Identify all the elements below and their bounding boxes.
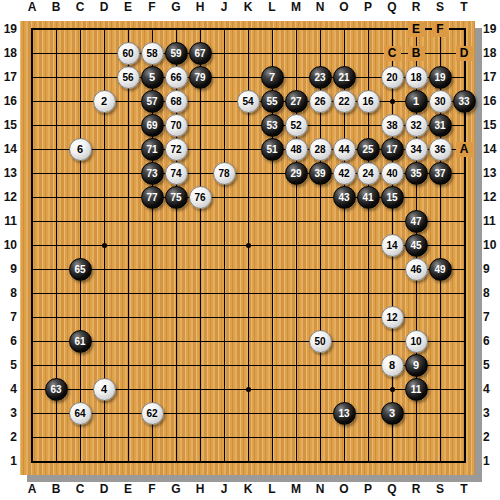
black-stone-29: 29 [285, 162, 308, 185]
column-label: N [308, 0, 332, 15]
row-label: 17 [0, 65, 17, 89]
black-stone-23: 23 [309, 66, 332, 89]
column-label: M [284, 481, 308, 498]
white-stone-42: 42 [333, 162, 356, 185]
row-label: 3 [482, 401, 500, 425]
column-label: N [308, 481, 332, 498]
white-stone-50: 50 [309, 330, 332, 353]
black-stone-67: 67 [189, 42, 212, 65]
row-label: 2 [482, 425, 500, 449]
row-label: 4 [482, 377, 500, 401]
black-stone-25: 25 [357, 138, 380, 161]
black-stone-9: 9 [405, 354, 428, 377]
row-label: 15 [0, 113, 17, 137]
black-stone-37: 37 [429, 162, 452, 185]
black-stone-65: 65 [69, 258, 92, 281]
white-stone-18: 18 [405, 66, 428, 89]
column-label: R [404, 0, 428, 15]
row-label: 13 [0, 161, 17, 185]
column-labels-top: ABCDEFGHJKLMNOPQRST [20, 0, 476, 15]
column-label: L [260, 481, 284, 498]
row-label: 11 [482, 209, 500, 233]
column-label: T [452, 0, 476, 15]
white-stone-24: 24 [357, 162, 380, 185]
black-stone-41: 41 [357, 186, 380, 209]
row-label: 15 [482, 113, 500, 137]
column-label: K [236, 481, 260, 498]
white-stone-6: 6 [69, 138, 92, 161]
white-stone-8: 8 [381, 354, 404, 377]
row-label: 19 [0, 17, 17, 41]
row-label: 8 [482, 281, 500, 305]
row-label: 1 [0, 449, 17, 473]
black-stone-7: 7 [261, 66, 284, 89]
white-stone-72: 72 [165, 138, 188, 161]
column-label: Q [380, 481, 404, 498]
white-stone-44: 44 [333, 138, 356, 161]
column-label: G [164, 0, 188, 15]
row-label: 11 [0, 209, 17, 233]
column-label: J [212, 481, 236, 498]
white-stone-32: 32 [405, 114, 428, 137]
row-labels-left: 19181716151413121110987654321 [0, 17, 17, 473]
column-label: B [44, 481, 68, 498]
column-label: E [116, 481, 140, 498]
star-point [390, 387, 395, 392]
annotation-D: D [456, 46, 473, 61]
black-stone-21: 21 [333, 66, 356, 89]
white-stone-36: 36 [429, 138, 452, 161]
column-label: H [188, 481, 212, 498]
row-label: 16 [0, 89, 17, 113]
black-stone-17: 17 [381, 138, 404, 161]
white-stone-54: 54 [237, 90, 260, 113]
column-label: A [20, 481, 44, 498]
column-label: A [20, 0, 44, 15]
white-stone-26: 26 [309, 90, 332, 113]
row-label: 13 [482, 161, 500, 185]
annotation-A: A [456, 142, 473, 157]
black-stone-55: 55 [261, 90, 284, 113]
white-stone-40: 40 [381, 162, 404, 185]
black-stone-49: 49 [429, 258, 452, 281]
black-stone-47: 47 [405, 210, 428, 233]
white-stone-46: 46 [405, 258, 428, 281]
column-label: H [188, 0, 212, 15]
white-stone-2: 2 [93, 90, 116, 113]
white-stone-30: 30 [429, 90, 452, 113]
white-stone-14: 14 [381, 234, 404, 257]
column-label: C [68, 0, 92, 15]
white-stone-76: 76 [189, 186, 212, 209]
row-label: 5 [0, 353, 17, 377]
row-label: 3 [0, 401, 17, 425]
black-stone-51: 51 [261, 138, 284, 161]
column-label: C [68, 481, 92, 498]
black-stone-27: 27 [285, 90, 308, 113]
row-label: 4 [0, 377, 17, 401]
white-stone-20: 20 [381, 66, 404, 89]
white-stone-62: 62 [141, 402, 164, 425]
white-stone-52: 52 [285, 114, 308, 137]
black-stone-57: 57 [141, 90, 164, 113]
black-stone-59: 59 [165, 42, 188, 65]
column-label: D [92, 0, 116, 15]
black-stone-11: 11 [405, 378, 428, 401]
row-label: 16 [482, 89, 500, 113]
go-diagram: ABCDEFGHJKLMNOPQRST 19181716151413121110… [0, 0, 500, 500]
column-label: E [116, 0, 140, 15]
column-label: J [212, 0, 236, 15]
black-stone-45: 45 [405, 234, 428, 257]
black-stone-3: 3 [381, 402, 404, 425]
row-label: 17 [482, 65, 500, 89]
annotation-F: F [432, 22, 449, 37]
black-stone-35: 35 [405, 162, 428, 185]
white-stone-28: 28 [309, 138, 332, 161]
row-label: 10 [482, 233, 500, 257]
row-label: 19 [482, 17, 500, 41]
row-label: 7 [0, 305, 17, 329]
column-label: S [428, 481, 452, 498]
row-label: 7 [482, 305, 500, 329]
white-stone-74: 74 [165, 162, 188, 185]
row-label: 18 [482, 41, 500, 65]
white-stone-70: 70 [165, 114, 188, 137]
white-stone-58: 58 [141, 42, 164, 65]
row-label: 12 [0, 185, 17, 209]
white-stone-66: 66 [165, 66, 188, 89]
black-stone-75: 75 [165, 186, 188, 209]
row-label: 6 [482, 329, 500, 353]
black-stone-43: 43 [333, 186, 356, 209]
column-label: L [260, 0, 284, 15]
star-point [390, 99, 395, 104]
row-label: 1 [482, 449, 500, 473]
column-label: P [356, 481, 380, 498]
black-stone-5: 5 [141, 66, 164, 89]
star-point [246, 243, 251, 248]
row-label: 18 [0, 41, 17, 65]
row-label: 2 [0, 425, 17, 449]
white-stone-56: 56 [117, 66, 140, 89]
star-point [246, 387, 251, 392]
white-stone-22: 22 [333, 90, 356, 113]
black-stone-73: 73 [141, 162, 164, 185]
black-stone-33: 33 [453, 90, 476, 113]
row-label: 9 [482, 257, 500, 281]
black-stone-63: 63 [45, 378, 68, 401]
row-label: 5 [482, 353, 500, 377]
column-label: G [164, 481, 188, 498]
row-label: 12 [482, 185, 500, 209]
white-stone-48: 48 [285, 138, 308, 161]
black-stone-1: 1 [405, 90, 428, 113]
black-stone-61: 61 [69, 330, 92, 353]
black-stone-77: 77 [141, 186, 164, 209]
go-board[interactable]: ABCDEF1234567891011121314151617181920212… [20, 21, 475, 475]
row-label: 14 [482, 137, 500, 161]
white-stone-10: 10 [405, 330, 428, 353]
row-label: 14 [0, 137, 17, 161]
black-stone-15: 15 [381, 186, 404, 209]
annotation-B: B [408, 46, 425, 61]
white-stone-38: 38 [381, 114, 404, 137]
row-label: 8 [0, 281, 17, 305]
row-labels-right: 19181716151413121110987654321 [482, 17, 500, 473]
column-label: D [92, 481, 116, 498]
black-stone-13: 13 [333, 402, 356, 425]
star-point [102, 243, 107, 248]
white-stone-60: 60 [117, 42, 140, 65]
row-label: 6 [0, 329, 17, 353]
column-label: F [140, 481, 164, 498]
black-stone-53: 53 [261, 114, 284, 137]
column-label: O [332, 481, 356, 498]
white-stone-64: 64 [69, 402, 92, 425]
column-label: Q [380, 0, 404, 15]
column-label: M [284, 0, 308, 15]
annotation-E: E [408, 22, 425, 37]
white-stone-68: 68 [165, 90, 188, 113]
black-stone-71: 71 [141, 138, 164, 161]
column-label: O [332, 0, 356, 15]
black-stone-79: 79 [189, 66, 212, 89]
black-stone-39: 39 [309, 162, 332, 185]
row-label: 10 [0, 233, 17, 257]
annotation-C: C [384, 46, 401, 61]
white-stone-12: 12 [381, 306, 404, 329]
column-label: T [452, 481, 476, 498]
white-stone-16: 16 [357, 90, 380, 113]
white-stone-4: 4 [93, 378, 116, 401]
column-label: R [404, 481, 428, 498]
column-label: K [236, 0, 260, 15]
white-stone-78: 78 [213, 162, 236, 185]
column-label: S [428, 0, 452, 15]
black-stone-31: 31 [429, 114, 452, 137]
white-stone-34: 34 [405, 138, 428, 161]
row-label: 9 [0, 257, 17, 281]
column-label: B [44, 0, 68, 15]
column-labels-bottom: ABCDEFGHJKLMNOPQRST [20, 481, 476, 498]
board-cells: ABCDEF1234567891011121314151617181920212… [20, 17, 476, 473]
column-label: F [140, 0, 164, 15]
black-stone-19: 19 [429, 66, 452, 89]
column-label: P [356, 0, 380, 15]
black-stone-69: 69 [141, 114, 164, 137]
